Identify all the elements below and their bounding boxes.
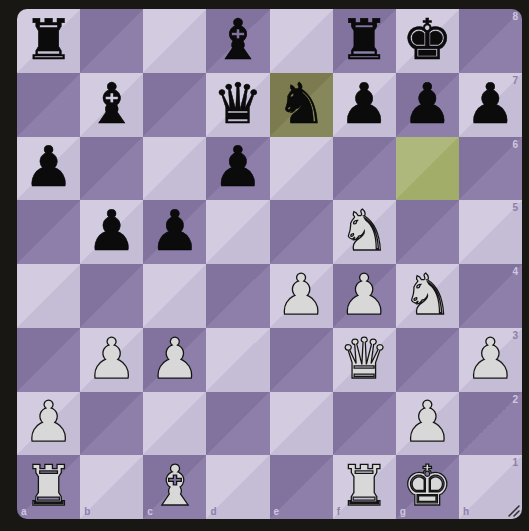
rank-label-8: 8: [512, 12, 518, 22]
square-a6[interactable]: ♟: [17, 137, 80, 201]
square-b1[interactable]: b: [80, 455, 143, 519]
square-a1[interactable]: ♜a: [17, 455, 80, 519]
square-f7[interactable]: ♟: [333, 73, 396, 137]
white-pawn[interactable]: ♟: [465, 331, 515, 387]
square-d4[interactable]: [206, 264, 269, 328]
square-b3[interactable]: ♟: [80, 328, 143, 392]
square-h3[interactable]: ♟3: [459, 328, 522, 392]
square-h2[interactable]: 2: [459, 392, 522, 456]
square-g1[interactable]: ♚g: [396, 455, 459, 519]
square-h6[interactable]: 6: [459, 137, 522, 201]
square-e2[interactable]: [270, 392, 333, 456]
square-d7[interactable]: ♛: [206, 73, 269, 137]
square-a8[interactable]: ♜: [17, 9, 80, 73]
rank-label-7: 7: [512, 76, 518, 86]
square-c6[interactable]: [143, 137, 206, 201]
square-c5[interactable]: ♟: [143, 200, 206, 264]
square-g7[interactable]: ♟: [396, 73, 459, 137]
square-f4[interactable]: ♟: [333, 264, 396, 328]
rank-label-5: 5: [512, 203, 518, 213]
white-queen[interactable]: ♛: [339, 331, 389, 387]
square-f5[interactable]: ♞: [333, 200, 396, 264]
square-a4[interactable]: [17, 264, 80, 328]
square-h1[interactable]: 1h: [459, 455, 522, 519]
black-pawn[interactable]: ♟: [150, 203, 200, 259]
square-c3[interactable]: ♟: [143, 328, 206, 392]
black-pawn[interactable]: ♟: [402, 76, 452, 132]
black-rook[interactable]: ♜: [23, 12, 73, 68]
square-c7[interactable]: [143, 73, 206, 137]
black-knight[interactable]: ♞: [276, 76, 326, 132]
file-label-e: e: [274, 507, 280, 517]
square-c2[interactable]: [143, 392, 206, 456]
square-a3[interactable]: [17, 328, 80, 392]
square-b5[interactable]: ♟: [80, 200, 143, 264]
square-b7[interactable]: ♝: [80, 73, 143, 137]
black-pawn[interactable]: ♟: [87, 203, 137, 259]
black-pawn[interactable]: ♟: [465, 76, 515, 132]
square-c8[interactable]: [143, 9, 206, 73]
black-pawn[interactable]: ♟: [339, 76, 389, 132]
file-label-f: f: [337, 507, 340, 517]
square-e4[interactable]: ♟: [270, 264, 333, 328]
file-label-h: h: [463, 507, 469, 517]
black-bishop[interactable]: ♝: [213, 12, 263, 68]
square-b6[interactable]: [80, 137, 143, 201]
square-h7[interactable]: ♟7: [459, 73, 522, 137]
square-f3[interactable]: ♛: [333, 328, 396, 392]
square-b8[interactable]: [80, 9, 143, 73]
rank-label-2: 2: [512, 395, 518, 405]
white-pawn[interactable]: ♟: [339, 267, 389, 323]
square-e5[interactable]: [270, 200, 333, 264]
square-d3[interactable]: [206, 328, 269, 392]
white-knight[interactable]: ♞: [402, 267, 452, 323]
white-pawn[interactable]: ♟: [87, 331, 137, 387]
square-d5[interactable]: [206, 200, 269, 264]
black-king[interactable]: ♚: [402, 12, 452, 68]
square-g3[interactable]: [396, 328, 459, 392]
white-pawn[interactable]: ♟: [276, 267, 326, 323]
square-e8[interactable]: [270, 9, 333, 73]
file-label-d: d: [210, 507, 216, 517]
square-f6[interactable]: [333, 137, 396, 201]
rank-label-1: 1: [512, 458, 518, 468]
square-e6[interactable]: [270, 137, 333, 201]
white-king[interactable]: ♚: [402, 458, 452, 514]
square-b2[interactable]: [80, 392, 143, 456]
black-pawn[interactable]: ♟: [213, 139, 263, 195]
square-a2[interactable]: ♟: [17, 392, 80, 456]
square-h4[interactable]: 4: [459, 264, 522, 328]
square-g8[interactable]: ♚: [396, 9, 459, 73]
white-pawn[interactable]: ♟: [23, 394, 73, 450]
white-rook[interactable]: ♜: [23, 458, 73, 514]
square-e3[interactable]: [270, 328, 333, 392]
file-label-c: c: [147, 507, 153, 517]
square-e7[interactable]: ♞: [270, 73, 333, 137]
black-pawn[interactable]: ♟: [23, 139, 73, 195]
square-g5[interactable]: [396, 200, 459, 264]
black-bishop[interactable]: ♝: [87, 76, 137, 132]
square-a7[interactable]: [17, 73, 80, 137]
file-label-b: b: [84, 507, 90, 517]
file-label-g: g: [400, 507, 406, 517]
square-a5[interactable]: [17, 200, 80, 264]
square-h5[interactable]: 5: [459, 200, 522, 264]
black-queen[interactable]: ♛: [213, 76, 263, 132]
square-d6[interactable]: ♟: [206, 137, 269, 201]
square-b4[interactable]: [80, 264, 143, 328]
white-pawn[interactable]: ♟: [150, 331, 200, 387]
square-f2[interactable]: [333, 392, 396, 456]
chess-board: ♜♝♜♚8♝♛♞♟♟♟7♟♟6♟♟♞5♟♟♞4♟♟♛♟3♟♟2♜ab♝cde♜f…: [17, 9, 522, 519]
white-rook[interactable]: ♜: [339, 458, 389, 514]
board-resize-grip-icon[interactable]: [507, 504, 520, 517]
rank-label-3: 3: [512, 331, 518, 341]
square-e1[interactable]: e: [270, 455, 333, 519]
square-g6[interactable]: [396, 137, 459, 201]
rank-label-6: 6: [512, 140, 518, 150]
square-g4[interactable]: ♞: [396, 264, 459, 328]
square-h8[interactable]: 8: [459, 9, 522, 73]
square-g2[interactable]: ♟: [396, 392, 459, 456]
black-rook[interactable]: ♜: [339, 12, 389, 68]
square-f1[interactable]: ♜f: [333, 455, 396, 519]
rank-label-4: 4: [512, 267, 518, 277]
file-label-a: a: [21, 507, 27, 517]
square-c1[interactable]: ♝c: [143, 455, 206, 519]
square-d2[interactable]: [206, 392, 269, 456]
square-d1[interactable]: d: [206, 455, 269, 519]
white-knight[interactable]: ♞: [339, 203, 389, 259]
white-pawn[interactable]: ♟: [402, 394, 452, 450]
square-f8[interactable]: ♜: [333, 9, 396, 73]
white-bishop[interactable]: ♝: [150, 458, 200, 514]
square-c4[interactable]: [143, 264, 206, 328]
square-d8[interactable]: ♝: [206, 9, 269, 73]
